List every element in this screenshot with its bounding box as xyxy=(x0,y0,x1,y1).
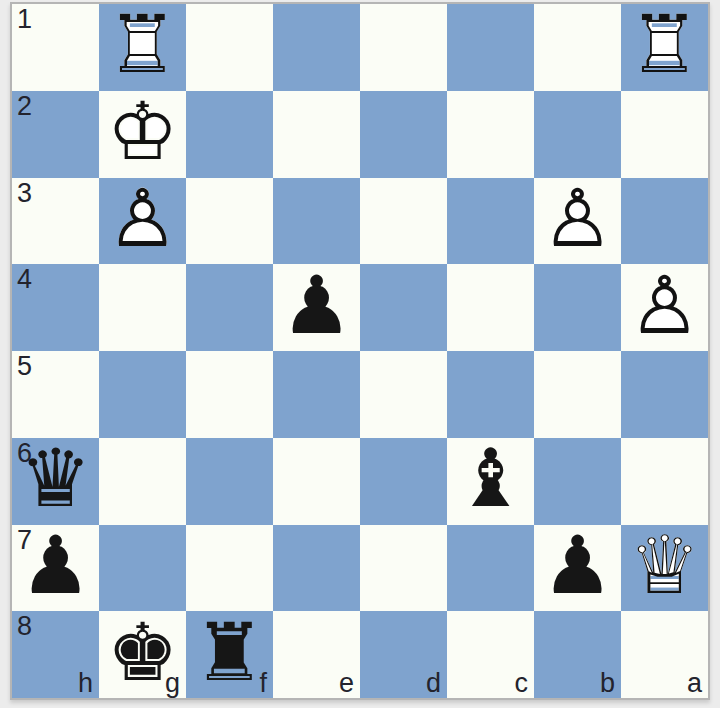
square-g6[interactable] xyxy=(99,438,186,525)
square-d5[interactable] xyxy=(360,351,447,438)
square-g8[interactable]: g♚ xyxy=(99,611,186,698)
black-pawn-piece[interactable]: ♟ xyxy=(12,525,99,612)
square-g3[interactable]: ♟♙ xyxy=(99,178,186,265)
white-piece-outline-glyph: ♖ xyxy=(629,5,701,85)
white-rook-piece[interactable]: ♜♖ xyxy=(621,4,708,91)
square-h8[interactable]: 8h xyxy=(12,611,99,698)
white-piece-outline-glyph: ♙ xyxy=(629,265,701,345)
black-piece-glyph: ♜ xyxy=(194,612,266,692)
rank-label-4: 4 xyxy=(17,264,32,294)
square-c2[interactable] xyxy=(447,91,534,178)
file-label-d: d xyxy=(426,668,441,698)
white-piece-outline-glyph: ♙ xyxy=(107,178,179,258)
square-a5[interactable] xyxy=(621,351,708,438)
square-f2[interactable] xyxy=(186,91,273,178)
square-g5[interactable] xyxy=(99,351,186,438)
file-label-a: a xyxy=(687,668,702,698)
white-queen-piece[interactable]: ♛♕ xyxy=(621,525,708,612)
white-rook-piece[interactable]: ♜♖ xyxy=(99,4,186,91)
chess-board: 1♜♖♜♖2♚♔3♟♙♟♙4♟♟♙56♛♝7♟♟♛♕8hg♚f♜edcba xyxy=(10,2,710,700)
square-g1[interactable]: ♜♖ xyxy=(99,4,186,91)
square-b7[interactable]: ♟ xyxy=(534,525,621,612)
black-piece-glyph: ♚ xyxy=(107,612,179,692)
black-bishop-piece[interactable]: ♝ xyxy=(447,438,534,525)
square-a2[interactable] xyxy=(621,91,708,178)
rank-label-1: 1 xyxy=(17,4,32,34)
square-g2[interactable]: ♚♔ xyxy=(99,91,186,178)
black-rook-piece[interactable]: ♜ xyxy=(186,611,273,698)
square-h7[interactable]: 7♟ xyxy=(12,525,99,612)
square-e1[interactable] xyxy=(273,4,360,91)
square-c5[interactable] xyxy=(447,351,534,438)
black-piece-glyph: ♟ xyxy=(20,525,92,605)
white-pawn-piece[interactable]: ♟♙ xyxy=(99,178,186,265)
square-e7[interactable] xyxy=(273,525,360,612)
square-c4[interactable] xyxy=(447,264,534,351)
square-b5[interactable] xyxy=(534,351,621,438)
white-pawn-piece[interactable]: ♟♙ xyxy=(534,178,621,265)
white-piece-outline-glyph: ♔ xyxy=(107,92,179,172)
square-h3[interactable]: 3 xyxy=(12,178,99,265)
square-b2[interactable] xyxy=(534,91,621,178)
file-label-c: c xyxy=(515,668,529,698)
square-h6[interactable]: 6♛ xyxy=(12,438,99,525)
square-e3[interactable] xyxy=(273,178,360,265)
rank-label-5: 5 xyxy=(17,351,32,381)
square-h2[interactable]: 2 xyxy=(12,91,99,178)
rank-label-2: 2 xyxy=(17,91,32,121)
black-king-piece[interactable]: ♚ xyxy=(99,611,186,698)
square-f7[interactable] xyxy=(186,525,273,612)
square-f5[interactable] xyxy=(186,351,273,438)
square-c8[interactable]: c xyxy=(447,611,534,698)
square-c3[interactable] xyxy=(447,178,534,265)
black-pawn-piece[interactable]: ♟ xyxy=(273,264,360,351)
chess-app-screen: 1♜♖♜♖2♚♔3♟♙♟♙4♟♟♙56♛♝7♟♟♛♕8hg♚f♜edcba xyxy=(0,0,720,708)
square-h5[interactable]: 5 xyxy=(12,351,99,438)
square-e5[interactable] xyxy=(273,351,360,438)
square-f4[interactable] xyxy=(186,264,273,351)
white-piece-outline-glyph: ♙ xyxy=(542,178,614,258)
square-b4[interactable] xyxy=(534,264,621,351)
black-piece-glyph: ♛ xyxy=(20,439,92,519)
square-g4[interactable] xyxy=(99,264,186,351)
file-label-e: e xyxy=(339,668,354,698)
file-label-b: b xyxy=(600,668,615,698)
square-c1[interactable] xyxy=(447,4,534,91)
square-d4[interactable] xyxy=(360,264,447,351)
square-a3[interactable] xyxy=(621,178,708,265)
square-d8[interactable]: d xyxy=(360,611,447,698)
square-e8[interactable]: e xyxy=(273,611,360,698)
black-piece-glyph: ♟ xyxy=(542,525,614,605)
white-king-piece[interactable]: ♚♔ xyxy=(99,91,186,178)
square-e6[interactable] xyxy=(273,438,360,525)
rank-label-8: 8 xyxy=(17,611,32,641)
file-label-h: h xyxy=(78,668,93,698)
white-pawn-piece[interactable]: ♟♙ xyxy=(621,264,708,351)
square-b3[interactable]: ♟♙ xyxy=(534,178,621,265)
black-piece-glyph: ♟ xyxy=(281,265,353,345)
square-h4[interactable]: 4 xyxy=(12,264,99,351)
square-h1[interactable]: 1 xyxy=(12,4,99,91)
square-d1[interactable] xyxy=(360,4,447,91)
black-queen-piece[interactable]: ♛ xyxy=(12,438,99,525)
square-b6[interactable] xyxy=(534,438,621,525)
square-a8[interactable]: a xyxy=(621,611,708,698)
square-a6[interactable] xyxy=(621,438,708,525)
square-g7[interactable] xyxy=(99,525,186,612)
square-d6[interactable] xyxy=(360,438,447,525)
square-b8[interactable]: b xyxy=(534,611,621,698)
square-a1[interactable]: ♜♖ xyxy=(621,4,708,91)
black-piece-glyph: ♝ xyxy=(455,439,527,519)
square-f6[interactable] xyxy=(186,438,273,525)
rank-label-3: 3 xyxy=(17,178,32,208)
square-d7[interactable] xyxy=(360,525,447,612)
white-piece-outline-glyph: ♖ xyxy=(107,5,179,85)
black-pawn-piece[interactable]: ♟ xyxy=(534,525,621,612)
square-f3[interactable] xyxy=(186,178,273,265)
square-e4[interactable]: ♟ xyxy=(273,264,360,351)
square-c7[interactable] xyxy=(447,525,534,612)
square-f1[interactable] xyxy=(186,4,273,91)
square-a4[interactable]: ♟♙ xyxy=(621,264,708,351)
square-d3[interactable] xyxy=(360,178,447,265)
square-e2[interactable] xyxy=(273,91,360,178)
white-piece-outline-glyph: ♕ xyxy=(629,525,701,605)
square-a7[interactable]: ♛♕ xyxy=(621,525,708,612)
square-c6[interactable]: ♝ xyxy=(447,438,534,525)
square-d2[interactable] xyxy=(360,91,447,178)
square-b1[interactable] xyxy=(534,4,621,91)
square-f8[interactable]: f♜ xyxy=(186,611,273,698)
